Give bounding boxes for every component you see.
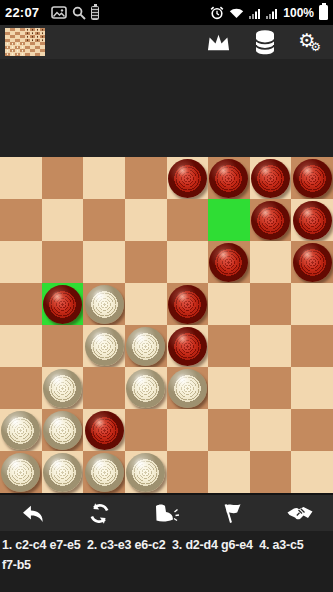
crown-button[interactable]	[205, 32, 232, 52]
square-a3[interactable]	[0, 367, 42, 409]
signal-bars-icon	[249, 7, 261, 19]
undo-arrow-icon	[20, 503, 46, 524]
square-g7[interactable]	[250, 199, 292, 241]
kick-button[interactable]	[133, 495, 200, 531]
white-piece-c4[interactable]	[85, 327, 124, 366]
screenshot-image-icon	[51, 6, 67, 19]
app-window: 22:07	[0, 0, 333, 592]
square-d5[interactable]	[125, 283, 167, 325]
restart-cycle-icon	[88, 502, 111, 525]
square-b3[interactable]	[42, 367, 84, 409]
square-f1[interactable]	[208, 451, 250, 493]
search-icon	[72, 6, 86, 20]
square-g4[interactable]	[250, 325, 292, 367]
database-icon	[253, 29, 277, 56]
white-piece-c5[interactable]	[85, 285, 124, 324]
square-b8[interactable]	[42, 157, 84, 199]
move-list: 1. c2-c4 e7-e5 2. c3-e3 e6-c2 3. d2-d4 g…	[0, 531, 333, 592]
battery-percent-text: 100%	[283, 6, 314, 20]
draw-offer-button[interactable]	[266, 495, 333, 531]
square-h1[interactable]	[291, 451, 333, 493]
square-c1[interactable]	[83, 451, 125, 493]
white-piece-d1[interactable]	[126, 453, 165, 492]
square-b5[interactable]	[42, 283, 84, 325]
square-c3[interactable]	[83, 367, 125, 409]
square-c2[interactable]	[83, 409, 125, 451]
red-piece-e8[interactable]	[168, 159, 207, 198]
square-a1[interactable]	[0, 451, 42, 493]
white-piece-a2[interactable]	[1, 411, 40, 450]
red-piece-c2[interactable]	[85, 411, 124, 450]
battery-icon	[319, 5, 328, 20]
square-h3[interactable]	[291, 367, 333, 409]
square-e4[interactable]	[167, 325, 209, 367]
square-c6[interactable]	[83, 241, 125, 283]
square-e8[interactable]	[167, 157, 209, 199]
white-piece-c1[interactable]	[85, 453, 124, 492]
square-a2[interactable]	[0, 409, 42, 451]
battery-notification-icon	[91, 6, 99, 20]
square-g8[interactable]	[250, 157, 292, 199]
square-e7[interactable]	[167, 199, 209, 241]
settings-gears-icon: ⚙⚙	[298, 31, 321, 53]
square-f4[interactable]	[208, 325, 250, 367]
square-d8[interactable]	[125, 157, 167, 199]
flag-icon	[221, 502, 245, 524]
empty-area	[0, 59, 333, 157]
move-list-line-1: 1. c2-c4 e7-e5 2. c3-e3 e6-c2 3. d2-d4 g…	[2, 535, 331, 555]
square-d2[interactable]	[125, 409, 167, 451]
handshake-icon	[286, 504, 314, 523]
square-d6[interactable]	[125, 241, 167, 283]
square-d7[interactable]	[125, 199, 167, 241]
square-c4[interactable]	[83, 325, 125, 367]
square-h5[interactable]	[291, 283, 333, 325]
white-piece-e3[interactable]	[168, 369, 207, 408]
square-e3[interactable]	[167, 367, 209, 409]
square-f3[interactable]	[208, 367, 250, 409]
square-g6[interactable]	[250, 241, 292, 283]
square-g2[interactable]	[250, 409, 292, 451]
signal-bars-icon	[266, 7, 278, 19]
status-bar: 22:07	[0, 0, 333, 25]
restart-button[interactable]	[67, 495, 134, 531]
undo-button[interactable]	[0, 495, 67, 531]
move-list-line-2: f7-b5	[2, 555, 331, 575]
red-piece-e5[interactable]	[168, 285, 207, 324]
white-piece-d4[interactable]	[126, 327, 165, 366]
square-f5[interactable]	[208, 283, 250, 325]
square-b2[interactable]	[42, 409, 84, 451]
app-toolbar: ⚙⚙	[0, 25, 333, 59]
board	[0, 157, 333, 493]
square-f8[interactable]	[208, 157, 250, 199]
red-piece-b5[interactable]	[43, 285, 82, 324]
database-button[interactable]	[253, 29, 277, 56]
square-a6[interactable]	[0, 241, 42, 283]
square-c7[interactable]	[83, 199, 125, 241]
white-piece-b1[interactable]	[43, 453, 82, 492]
crown-icon	[205, 32, 232, 52]
square-a5[interactable]	[0, 283, 42, 325]
square-e5[interactable]	[167, 283, 209, 325]
square-a8[interactable]	[0, 157, 42, 199]
square-g5[interactable]	[250, 283, 292, 325]
red-piece-e4[interactable]	[168, 327, 207, 366]
square-c5[interactable]	[83, 283, 125, 325]
square-d3[interactable]	[125, 367, 167, 409]
status-bar-left: 22:07	[5, 5, 99, 20]
square-e1[interactable]	[167, 451, 209, 493]
square-c8[interactable]	[83, 157, 125, 199]
red-piece-g7[interactable]	[251, 201, 290, 240]
wifi-icon	[229, 7, 244, 19]
red-piece-g8[interactable]	[251, 159, 290, 198]
square-f2[interactable]	[208, 409, 250, 451]
toolbar-actions: ⚙⚙	[205, 29, 321, 56]
bottom-toolbar	[0, 493, 333, 531]
square-e6[interactable]	[167, 241, 209, 283]
square-f7[interactable]	[208, 199, 250, 241]
square-g1[interactable]	[250, 451, 292, 493]
square-b6[interactable]	[42, 241, 84, 283]
kick-boot-icon	[152, 503, 180, 524]
square-b4[interactable]	[42, 325, 84, 367]
square-a7[interactable]	[0, 199, 42, 241]
red-piece-h8[interactable]	[293, 159, 332, 198]
square-h8[interactable]	[291, 157, 333, 199]
square-b7[interactable]	[42, 199, 84, 241]
resign-button[interactable]	[200, 495, 267, 531]
red-piece-h7[interactable]	[293, 201, 332, 240]
square-h7[interactable]	[291, 199, 333, 241]
white-piece-b2[interactable]	[43, 411, 82, 450]
square-b1[interactable]	[42, 451, 84, 493]
white-piece-b3[interactable]	[43, 369, 82, 408]
square-g3[interactable]	[250, 367, 292, 409]
white-piece-a1[interactable]	[1, 453, 40, 492]
square-d4[interactable]	[125, 325, 167, 367]
square-h4[interactable]	[291, 325, 333, 367]
square-h2[interactable]	[291, 409, 333, 451]
red-piece-h6[interactable]	[293, 243, 332, 282]
square-f6[interactable]	[208, 241, 250, 283]
square-d1[interactable]	[125, 451, 167, 493]
square-a4[interactable]	[0, 325, 42, 367]
square-e2[interactable]	[167, 409, 209, 451]
status-bar-right: 100%	[210, 5, 328, 20]
red-piece-f6[interactable]	[209, 243, 248, 282]
alarm-icon	[210, 6, 224, 20]
white-piece-d3[interactable]	[126, 369, 165, 408]
clock-text: 22:07	[5, 5, 39, 20]
settings-button[interactable]: ⚙⚙	[298, 31, 321, 53]
square-h6[interactable]	[291, 241, 333, 283]
app-logo-board-thumbnail	[5, 28, 45, 56]
red-piece-f8[interactable]	[209, 159, 248, 198]
